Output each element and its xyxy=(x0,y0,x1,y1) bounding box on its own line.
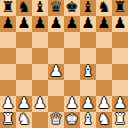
square-c1[interactable] xyxy=(32,112,48,128)
square-g1[interactable]: ♞ xyxy=(96,112,112,128)
square-f7[interactable]: ♟ xyxy=(80,16,96,32)
chess-board: ♜♞♝♛♚♝♞♜♟♟♟♟♟♟♟♟♟♝♟♟♟♟♟♟♟♜♞♛♚♝♞♜ xyxy=(0,0,128,128)
white-rook-icon[interactable]: ♜ xyxy=(0,111,16,127)
square-h7[interactable]: ♟ xyxy=(112,16,128,32)
black-pawn-icon[interactable]: ♟ xyxy=(112,15,128,31)
black-pawn-icon[interactable]: ♟ xyxy=(64,15,80,31)
white-king-icon[interactable]: ♚ xyxy=(64,111,80,127)
square-f6[interactable] xyxy=(80,32,96,48)
square-d3[interactable] xyxy=(48,80,64,96)
square-h4[interactable] xyxy=(112,64,128,80)
square-g7[interactable]: ♟ xyxy=(96,16,112,32)
square-f1[interactable]: ♝ xyxy=(80,112,96,128)
square-b6[interactable] xyxy=(16,32,32,48)
square-b1[interactable]: ♞ xyxy=(16,112,32,128)
square-d7[interactable]: ♟ xyxy=(48,16,64,32)
square-a4[interactable] xyxy=(0,64,16,80)
black-rook-icon[interactable]: ♜ xyxy=(112,0,128,15)
square-e5[interactable] xyxy=(64,48,80,64)
square-c6[interactable] xyxy=(32,32,48,48)
square-c7[interactable]: ♟ xyxy=(32,16,48,32)
white-pawn-icon[interactable]: ♟ xyxy=(48,63,64,79)
white-pawn-icon[interactable]: ♟ xyxy=(80,95,96,111)
square-e6[interactable] xyxy=(64,32,80,48)
square-a5[interactable] xyxy=(0,48,16,64)
black-pawn-icon[interactable]: ♟ xyxy=(16,15,32,31)
black-pawn-icon[interactable]: ♟ xyxy=(80,15,96,31)
square-e1[interactable]: ♚ xyxy=(64,112,80,128)
square-f4[interactable]: ♝ xyxy=(80,64,96,80)
square-b5[interactable] xyxy=(16,48,32,64)
square-b7[interactable]: ♟ xyxy=(16,16,32,32)
black-bishop-icon[interactable]: ♝ xyxy=(32,0,48,15)
black-knight-icon[interactable]: ♞ xyxy=(96,0,112,15)
white-rook-icon[interactable]: ♜ xyxy=(112,111,128,127)
black-king-icon[interactable]: ♚ xyxy=(64,0,80,15)
white-pawn-icon[interactable]: ♟ xyxy=(0,95,16,111)
black-queen-icon[interactable]: ♛ xyxy=(48,0,64,15)
square-h5[interactable] xyxy=(112,48,128,64)
square-a6[interactable] xyxy=(0,32,16,48)
black-pawn-icon[interactable]: ♟ xyxy=(48,15,64,31)
square-d4[interactable]: ♟ xyxy=(48,64,64,80)
square-a7[interactable]: ♟ xyxy=(0,16,16,32)
white-pawn-icon[interactable]: ♟ xyxy=(16,95,32,111)
white-knight-icon[interactable]: ♞ xyxy=(16,111,32,127)
square-g5[interactable] xyxy=(96,48,112,64)
black-rook-icon[interactable]: ♜ xyxy=(0,0,16,15)
black-pawn-icon[interactable]: ♟ xyxy=(32,15,48,31)
white-pawn-icon[interactable]: ♟ xyxy=(64,95,80,111)
black-bishop-icon[interactable]: ♝ xyxy=(80,0,96,15)
square-g4[interactable] xyxy=(96,64,112,80)
square-h1[interactable]: ♜ xyxy=(112,112,128,128)
white-queen-icon[interactable]: ♛ xyxy=(48,111,64,127)
square-d6[interactable] xyxy=(48,32,64,48)
white-bishop-icon[interactable]: ♝ xyxy=(80,111,96,127)
square-d1[interactable]: ♛ xyxy=(48,112,64,128)
white-pawn-icon[interactable]: ♟ xyxy=(112,95,128,111)
square-c2[interactable]: ♟ xyxy=(32,96,48,112)
black-knight-icon[interactable]: ♞ xyxy=(16,0,32,15)
square-h6[interactable] xyxy=(112,32,128,48)
square-e7[interactable]: ♟ xyxy=(64,16,80,32)
square-c5[interactable] xyxy=(32,48,48,64)
square-b4[interactable] xyxy=(16,64,32,80)
white-bishop-icon[interactable]: ♝ xyxy=(80,63,96,79)
white-pawn-icon[interactable]: ♟ xyxy=(96,95,112,111)
square-c4[interactable] xyxy=(32,64,48,80)
white-knight-icon[interactable]: ♞ xyxy=(96,111,112,127)
square-a1[interactable]: ♜ xyxy=(0,112,16,128)
black-pawn-icon[interactable]: ♟ xyxy=(96,15,112,31)
white-pawn-icon[interactable]: ♟ xyxy=(32,95,48,111)
black-pawn-icon[interactable]: ♟ xyxy=(0,15,16,31)
square-e4[interactable] xyxy=(64,64,80,80)
square-g6[interactable] xyxy=(96,32,112,48)
